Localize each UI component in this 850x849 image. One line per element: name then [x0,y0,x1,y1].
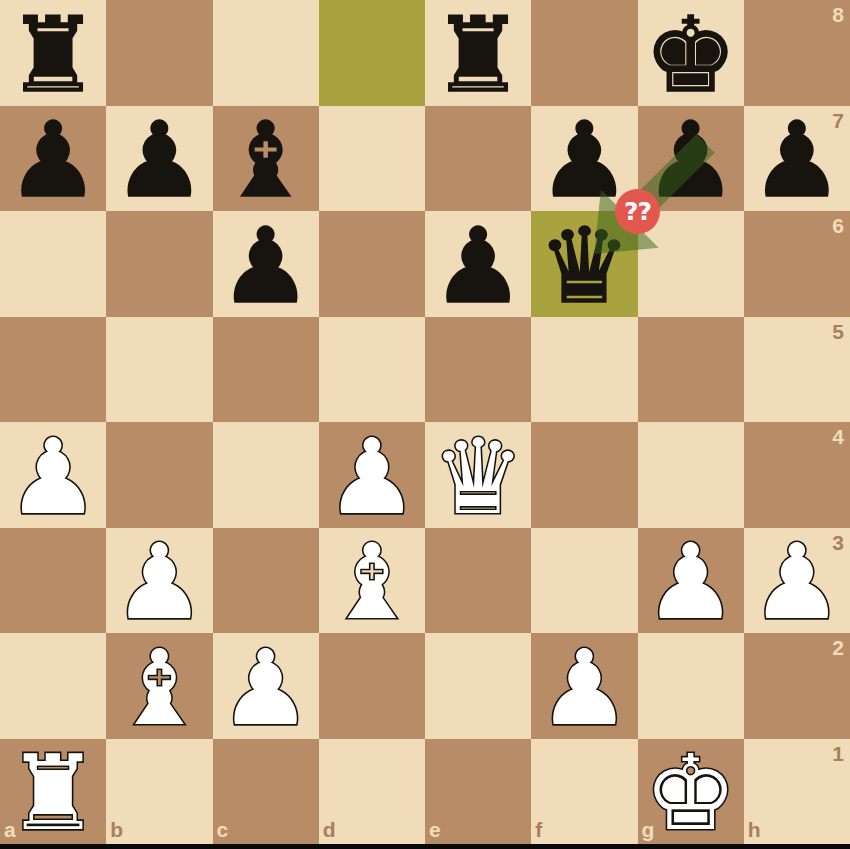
square-b3[interactable]: ♟ [106,528,212,634]
square-f4[interactable] [531,422,637,528]
piece-wQ-e4[interactable]: ♛ [432,425,525,529]
coord-rank-8: 8 [832,4,844,25]
piece-wB-b2[interactable]: ♝ [113,636,206,740]
coord-rank-4: 4 [832,426,844,447]
square-e3[interactable] [425,528,531,634]
square-e6[interactable]: ♟ [425,211,531,317]
piece-wR-a1[interactable]: ♜ [7,741,100,845]
piece-wB-d3[interactable]: ♝ [325,530,418,634]
piece-bP-b7[interactable]: ♟ [113,108,206,212]
piece-bQ-f6[interactable]: ♛ [538,214,631,318]
square-d6[interactable] [319,211,425,317]
square-d8[interactable] [319,0,425,106]
square-a5[interactable] [0,317,106,423]
square-b8[interactable] [106,0,212,106]
piece-bP-e6[interactable]: ♟ [432,214,525,318]
square-b5[interactable] [106,317,212,423]
square-f1[interactable]: f [531,739,637,845]
square-f8[interactable] [531,0,637,106]
square-c2[interactable]: ♟ [213,633,319,739]
square-c8[interactable] [213,0,319,106]
square-e2[interactable] [425,633,531,739]
square-c6[interactable]: ♟ [213,211,319,317]
square-h5[interactable]: 5 [744,317,850,423]
square-c1[interactable]: c [213,739,319,845]
square-g2[interactable] [638,633,744,739]
piece-wP-c2[interactable]: ♟ [219,636,312,740]
square-h2[interactable]: 2 [744,633,850,739]
piece-bK-g8[interactable]: ♚ [644,3,737,107]
piece-bP-c6[interactable]: ♟ [219,214,312,318]
square-d2[interactable] [319,633,425,739]
square-e1[interactable]: e [425,739,531,845]
square-h6[interactable]: 6 [744,211,850,317]
square-d7[interactable] [319,106,425,212]
coord-file-e: e [429,819,441,840]
piece-wP-d4[interactable]: ♟ [325,425,418,529]
square-d3[interactable]: ♝ [319,528,425,634]
square-e4[interactable]: ♛ [425,422,531,528]
square-h3[interactable]: 3♟ [744,528,850,634]
square-d4[interactable]: ♟ [319,422,425,528]
coord-file-c: c [217,819,229,840]
square-b7[interactable]: ♟ [106,106,212,212]
blunder-badge-label: ?? [624,197,651,226]
square-h7[interactable]: 7♟ [744,106,850,212]
coord-rank-5: 5 [832,321,844,342]
chessboard: ♜♜♚8♟♟♝♟♟7♟♟♟♛65♟♟♛4♟♝♟3♟♝♟♟2a♜bcdefg♚h1 [0,0,850,844]
chess-analysis-board: ♜♜♚8♟♟♝♟♟7♟♟♟♛65♟♟♛4♟♝♟3♟♝♟♟2a♜bcdefg♚h1… [0,0,850,849]
square-e7[interactable] [425,106,531,212]
piece-bP-h7[interactable]: ♟ [750,108,843,212]
square-g8[interactable]: ♚ [638,0,744,106]
coord-rank-6: 6 [832,215,844,236]
square-a3[interactable] [0,528,106,634]
square-g1[interactable]: g♚ [638,739,744,845]
piece-bB-c7[interactable]: ♝ [219,108,312,212]
square-e5[interactable] [425,317,531,423]
piece-wP-g3[interactable]: ♟ [644,530,737,634]
square-b2[interactable]: ♝ [106,633,212,739]
square-e8[interactable]: ♜ [425,0,531,106]
piece-wP-f2[interactable]: ♟ [538,636,631,740]
bottom-edge-bar [0,844,850,849]
square-d5[interactable] [319,317,425,423]
coord-file-b: b [110,819,123,840]
square-b6[interactable] [106,211,212,317]
square-d1[interactable]: d [319,739,425,845]
square-f2[interactable]: ♟ [531,633,637,739]
piece-wP-h3[interactable]: ♟ [750,530,843,634]
square-c7[interactable]: ♝ [213,106,319,212]
coord-file-f: f [535,819,542,840]
square-h1[interactable]: h1 [744,739,850,845]
piece-bP-a7[interactable]: ♟ [7,108,100,212]
piece-wP-a4[interactable]: ♟ [7,425,100,529]
square-a2[interactable] [0,633,106,739]
square-b1[interactable]: b [106,739,212,845]
square-c5[interactable] [213,317,319,423]
square-b4[interactable] [106,422,212,528]
square-g5[interactable] [638,317,744,423]
coord-rank-1: 1 [832,743,844,764]
piece-bR-e8[interactable]: ♜ [432,3,525,107]
square-c3[interactable] [213,528,319,634]
coord-file-d: d [323,819,336,840]
blunder-badge: ?? [615,189,660,234]
square-a1[interactable]: a♜ [0,739,106,845]
coord-rank-2: 2 [832,637,844,658]
square-a6[interactable] [0,211,106,317]
square-a7[interactable]: ♟ [0,106,106,212]
piece-wK-g1[interactable]: ♚ [644,741,737,845]
piece-bR-a8[interactable]: ♜ [7,3,100,107]
square-c4[interactable] [213,422,319,528]
square-g3[interactable]: ♟ [638,528,744,634]
square-f3[interactable] [531,528,637,634]
square-g4[interactable] [638,422,744,528]
square-a4[interactable]: ♟ [0,422,106,528]
square-h8[interactable]: 8 [744,0,850,106]
piece-wP-b3[interactable]: ♟ [113,530,206,634]
piece-bP-g7[interactable]: ♟ [644,108,737,212]
square-h4[interactable]: 4 [744,422,850,528]
piece-bP-f7[interactable]: ♟ [538,108,631,212]
coord-file-h: h [748,819,761,840]
square-f5[interactable] [531,317,637,423]
square-a8[interactable]: ♜ [0,0,106,106]
